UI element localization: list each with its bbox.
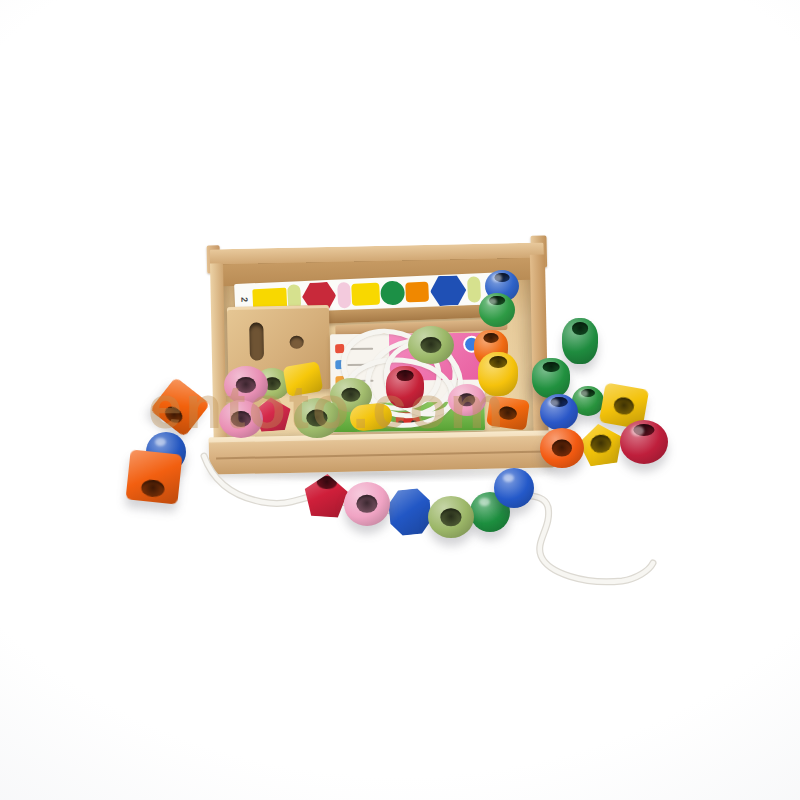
bead-hole: [231, 411, 251, 427]
beads-layer: [0, 0, 800, 800]
bead-hole: [306, 410, 327, 427]
bead-green-round-inbox: [479, 293, 515, 327]
bead-hole: [552, 440, 572, 457]
bead-hole: [489, 356, 507, 368]
bead-red-pentagon-string: [301, 470, 350, 519]
bead-green-barrel-right-1: [562, 318, 598, 364]
bead-hole: [489, 296, 505, 305]
bead-hole: [613, 396, 636, 416]
bead-hole: [495, 273, 510, 282]
bead-green-donut-4: [294, 398, 340, 438]
bead-hole: [420, 337, 441, 353]
bead-hole: [316, 475, 337, 489]
bead-orange-donut-right: [540, 428, 584, 468]
bead-hole: [543, 362, 560, 373]
bead-hole: [458, 393, 475, 406]
bead-hole: [484, 333, 499, 343]
bead-green-barrel-right-2: [532, 358, 570, 398]
bead-hole: [440, 508, 461, 526]
bead-hole: [341, 388, 360, 402]
bead-orange-cube-inbox: [486, 395, 530, 430]
product-photo-stage: 2 6: [0, 0, 800, 800]
bead-pink-donut-3: [219, 400, 263, 438]
bead-hole: [498, 405, 518, 420]
bead-orange-cube-left-2: [126, 449, 183, 504]
bead-olive-donut-string: [428, 496, 474, 538]
bead-pink-donut-2: [448, 384, 486, 416]
bead-hole: [356, 495, 377, 513]
bead-orange-cube-left-1: [150, 377, 211, 437]
bead-yellow-pill-inbox: [349, 402, 393, 432]
bead-blue-round-right: [540, 394, 578, 430]
bead-hole: [162, 403, 186, 426]
bead-hole: [397, 370, 414, 381]
bead-hole: [551, 397, 568, 407]
bead-yellow-barrel-inbox: [478, 352, 518, 396]
bead-green-donut-1: [408, 326, 454, 364]
bead-hole: [572, 322, 588, 334]
bead-hole: [589, 433, 613, 454]
bead-hole: [633, 424, 654, 436]
bead-hole: [141, 479, 166, 498]
bead-yellow-cube-inbox: [283, 361, 324, 397]
bead-blue-hex-string: [386, 486, 435, 538]
bead-pink-donut-string: [344, 482, 390, 526]
bead-hole: [236, 377, 256, 393]
bead-blue-sphere-string: [494, 468, 534, 508]
bead-pink-donut-1: [224, 366, 268, 404]
bead-red-barrel-inbox: [386, 366, 424, 408]
bead-hole: [581, 389, 595, 397]
bead-red-round-right: [620, 420, 668, 464]
